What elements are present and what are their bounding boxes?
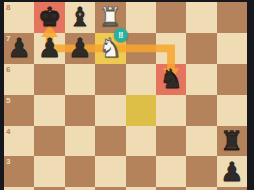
rank-label-3: 3	[6, 157, 10, 166]
square-e3[interactable]	[126, 156, 156, 187]
chess-board: 876543 ♚♝♜♟♟♟♞♞♜♟ !!	[4, 2, 247, 190]
square-f2[interactable]	[156, 187, 186, 190]
black-pawn-h3[interactable]: ♟	[217, 157, 247, 188]
black-knight-f6[interactable]: ♞	[156, 64, 186, 95]
square-c6[interactable]	[65, 64, 95, 95]
rank-label-5: 5	[6, 96, 10, 105]
app-background: { "game": "chess", "position": { "fen": …	[0, 0, 254, 190]
rank-label-8: 8	[6, 3, 10, 12]
square-d5[interactable]	[95, 95, 125, 126]
square-h7[interactable]	[217, 33, 247, 64]
square-e5[interactable]	[126, 95, 156, 126]
square-a2[interactable]	[4, 187, 34, 190]
square-h5[interactable]	[217, 95, 247, 126]
square-h2[interactable]	[217, 187, 247, 190]
square-c2[interactable]	[65, 187, 95, 190]
square-e6[interactable]	[126, 64, 156, 95]
square-g2[interactable]	[186, 187, 216, 190]
square-h8[interactable]	[217, 2, 247, 33]
square-g7[interactable]	[186, 33, 216, 64]
square-d4[interactable]	[95, 126, 125, 157]
square-a4[interactable]: 4	[4, 126, 34, 157]
square-a5[interactable]: 5	[4, 95, 34, 126]
square-b4[interactable]	[34, 126, 64, 157]
square-f3[interactable]	[156, 156, 186, 187]
rank-label-4: 4	[6, 127, 10, 136]
black-pawn-b7[interactable]: ♟	[34, 33, 64, 64]
black-king-b8[interactable]: ♚	[34, 2, 64, 33]
square-f7[interactable]	[156, 33, 186, 64]
square-a3[interactable]: 3	[4, 156, 34, 187]
square-e2[interactable]	[126, 187, 156, 190]
square-f5[interactable]	[156, 95, 186, 126]
square-c5[interactable]	[65, 95, 95, 126]
square-b6[interactable]	[34, 64, 64, 95]
square-h6[interactable]	[217, 64, 247, 95]
square-e8[interactable]	[126, 2, 156, 33]
square-g3[interactable]	[186, 156, 216, 187]
square-f8[interactable]	[156, 2, 186, 33]
black-rook-h4[interactable]: ♜	[217, 126, 247, 157]
square-c3[interactable]	[65, 156, 95, 187]
square-a6[interactable]: 6	[4, 64, 34, 95]
square-d3[interactable]	[95, 156, 125, 187]
square-g6[interactable]	[186, 64, 216, 95]
rank-label-6: 6	[6, 65, 10, 74]
square-e4[interactable]	[126, 126, 156, 157]
square-b3[interactable]	[34, 156, 64, 187]
black-bishop-c8[interactable]: ♝	[65, 2, 95, 33]
square-g8[interactable]	[186, 2, 216, 33]
square-e7[interactable]	[126, 33, 156, 64]
square-g4[interactable]	[186, 126, 216, 157]
square-g5[interactable]	[186, 95, 216, 126]
black-pawn-a7[interactable]: ♟	[4, 33, 34, 64]
square-d2[interactable]	[95, 187, 125, 190]
square-c4[interactable]	[65, 126, 95, 157]
square-a8[interactable]: 8	[4, 2, 34, 33]
square-b5[interactable]	[34, 95, 64, 126]
brilliant-move-badge: !!	[114, 28, 128, 42]
square-d6[interactable]	[95, 64, 125, 95]
black-pawn-c7[interactable]: ♟	[65, 33, 95, 64]
square-b2[interactable]	[34, 187, 64, 190]
square-f4[interactable]	[156, 126, 186, 157]
